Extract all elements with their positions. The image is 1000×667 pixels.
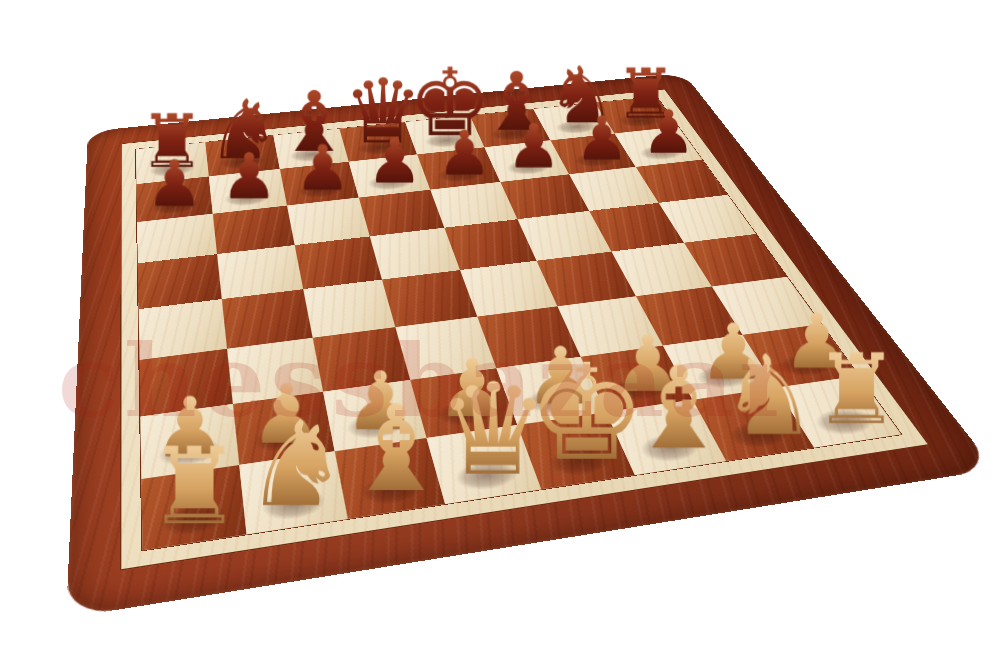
square-a7: ♟: [137, 176, 213, 222]
piece-shadow: [217, 184, 280, 210]
square-h1: ♜: [776, 376, 901, 447]
piece-shadow: [151, 495, 237, 546]
square-b3: [227, 338, 323, 404]
square-a4: [139, 299, 227, 360]
photo-stage: ♜♞♝♛♚♝♞♜♟♟♟♟♟♟♟♟♟♟♟♟♟♟♟♟♜♞♝♛♚♝♞♜ chessba…: [0, 0, 1000, 667]
piece-shadow: [443, 452, 532, 499]
piece-shadow: [626, 426, 716, 470]
square-d5: [370, 228, 460, 280]
square-g2: ♟: [662, 334, 776, 400]
square-b1: ♞: [239, 452, 347, 535]
piece-shadow: [714, 413, 805, 456]
square-h4: [684, 234, 787, 286]
square-h5: [659, 195, 756, 243]
square-b6: [213, 205, 295, 254]
square-d6: [359, 189, 444, 236]
square-e3: [477, 306, 580, 368]
square-b2: ♟: [233, 391, 335, 465]
square-a3: [139, 349, 232, 417]
square-a1: ♜: [141, 465, 246, 550]
square-g3: [635, 286, 742, 345]
board-grid: ♜♞♝♛♚♝♞♜♟♟♟♟♟♟♟♟♟♟♟♟♟♟♟♟♜♞♝♛♚♝♞♜: [135, 96, 903, 551]
board-inner-frame: ♜♞♝♛♚♝♞♜♟♟♟♟♟♟♟♟♟♟♟♟♟♟♟♟♜♞♝♛♚♝♞♜: [120, 89, 930, 570]
square-g4: [611, 243, 712, 296]
piece-shadow: [513, 380, 597, 421]
square-a6: [137, 214, 217, 264]
square-e5: [444, 219, 536, 270]
board-scene: ♜♞♝♛♚♝♞♜♟♟♟♟♟♟♟♟♟♟♟♟♟♟♟♟♜♞♝♛♚♝♞♜: [90, 0, 830, 640]
square-c1: ♝: [334, 438, 445, 519]
piece-shadow: [251, 480, 338, 529]
piece-shadow: [335, 404, 417, 447]
square-d3: [396, 316, 497, 379]
piece-shadow: [348, 466, 436, 514]
square-c2: ♟: [323, 380, 427, 452]
piece-shadow: [800, 401, 892, 443]
piece-shadow: [535, 439, 624, 485]
piece-shadow: [497, 155, 562, 179]
chess-board: ♜♞♝♛♚♝♞♜♟♟♟♟♟♟♟♟♟♟♟♟♟♟♟♟♜♞♝♛♚♝♞♜: [66, 73, 995, 618]
